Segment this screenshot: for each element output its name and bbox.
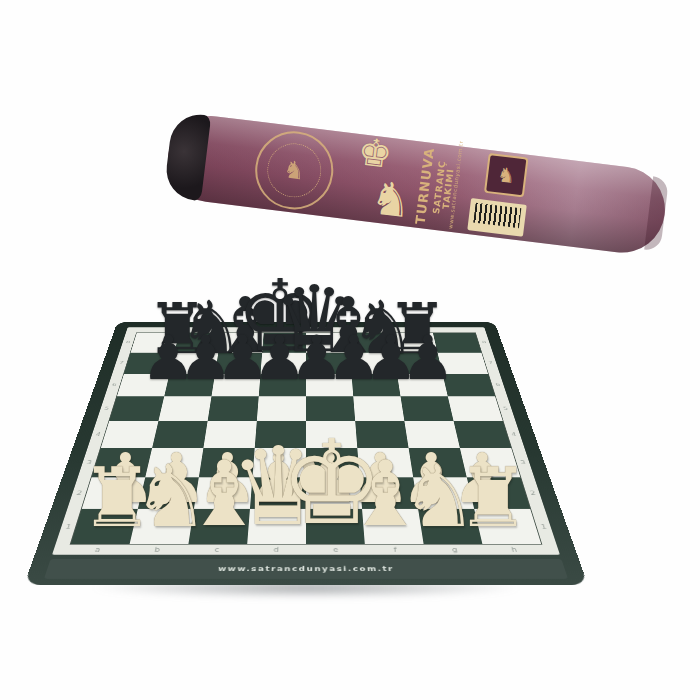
square-f8: [348, 333, 393, 353]
tube-end-cap: [163, 111, 211, 201]
seal-knight-icon: ♞: [282, 157, 306, 183]
square-h6: [442, 374, 495, 397]
square-e2: [306, 477, 362, 509]
square-h1: [474, 509, 541, 544]
square-c1: [188, 509, 250, 544]
federation-seal-icon: ♞: [251, 127, 338, 214]
file-label-g: g: [424, 545, 485, 554]
square-a6: [117, 374, 170, 397]
square-g3: [409, 448, 467, 477]
square-f5: [353, 396, 404, 421]
chess-knight-figure-icon: ♞: [368, 174, 415, 225]
square-b4: [152, 421, 207, 448]
board-margin: 87654321 87654321 abcdefgh: [52, 327, 560, 554]
square-h4: [454, 421, 512, 448]
emblem-knight-glyph: ♞: [496, 164, 516, 186]
square-f7: [350, 353, 397, 374]
square-g5: [401, 396, 454, 421]
chess-board: 87654321 87654321 abcdefgh www.satrancdu…: [24, 322, 588, 585]
square-f1: [362, 509, 424, 544]
square-e7: [306, 353, 351, 374]
square-a3: [92, 448, 152, 477]
file-label-f: f: [365, 545, 425, 554]
square-h8: [433, 333, 481, 353]
chess-king-figure-icon: ♚: [356, 132, 394, 174]
square-c2: [194, 477, 253, 509]
square-g2: [413, 477, 474, 509]
square-c5: [208, 396, 259, 421]
square-h2: [467, 477, 531, 509]
square-d8: [262, 333, 306, 353]
square-h7: [438, 353, 488, 374]
square-d1: [247, 509, 306, 544]
square-a1: [71, 509, 138, 544]
product-photo: ♞ ♚ ♞ TURNUVA SATRANÇ TAKIMI www.satranc…: [0, 0, 700, 700]
square-e1: [306, 509, 365, 544]
barcode: [467, 198, 526, 237]
square-f3: [357, 448, 413, 477]
square-e3: [306, 448, 360, 477]
file-label-a: a: [67, 545, 129, 554]
square-d5: [257, 396, 306, 421]
square-b3: [145, 448, 203, 477]
square-d2: [250, 477, 306, 509]
file-label-c: c: [186, 545, 246, 554]
square-d6: [259, 374, 306, 397]
square-g6: [397, 374, 448, 397]
square-e8: [306, 333, 350, 353]
square-c7: [215, 353, 262, 374]
file-labels: abcdefgh: [67, 545, 546, 554]
square-e4: [306, 421, 357, 448]
square-e5: [306, 396, 355, 421]
square-g1: [418, 509, 482, 544]
square-e6: [306, 374, 353, 397]
square-a8: [131, 333, 179, 353]
square-d3: [252, 448, 306, 477]
square-a4: [101, 421, 159, 448]
file-label-e: e: [306, 545, 366, 554]
square-a7: [124, 353, 174, 374]
square-f2: [360, 477, 419, 509]
square-c6: [211, 374, 260, 397]
square-g7: [394, 353, 443, 374]
square-h5: [448, 396, 503, 421]
board-frame: 87654321 87654321 abcdefgh www.satrancdu…: [24, 322, 588, 585]
file-label-b: b: [127, 545, 188, 554]
square-b7: [170, 353, 219, 374]
square-f4: [355, 421, 408, 448]
square-c3: [199, 448, 255, 477]
board-website-text: www.satrancdunyasi.com.tr: [218, 565, 395, 573]
square-g8: [391, 333, 438, 353]
square-b6: [164, 374, 215, 397]
square-h3: [460, 448, 520, 477]
seal-inner-ring: ♞: [264, 140, 324, 200]
square-a5: [109, 396, 164, 421]
board-website-band: www.satrancdunyasi.com.tr: [44, 559, 568, 579]
square-g4: [404, 421, 459, 448]
square-d4: [255, 421, 306, 448]
file-label-d: d: [246, 545, 306, 554]
checker-grid: [70, 332, 543, 544]
barcode-stripes: [473, 203, 521, 228]
storage-tube: ♞ ♚ ♞ TURNUVA SATRANÇ TAKIMI www.satranc…: [163, 111, 670, 257]
square-d7: [261, 353, 306, 374]
knight-emblem-icon: ♞: [484, 153, 529, 198]
square-f6: [351, 374, 400, 397]
square-b1: [130, 509, 194, 544]
square-a2: [82, 477, 146, 509]
square-b2: [138, 477, 199, 509]
square-c8: [218, 333, 263, 353]
square-b5: [158, 396, 211, 421]
square-b8: [174, 333, 221, 353]
file-label-h: h: [483, 545, 545, 554]
square-c4: [203, 421, 256, 448]
